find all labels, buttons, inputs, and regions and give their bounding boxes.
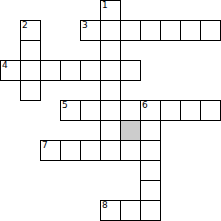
clue-number: 3 [82,21,88,30]
crossword-cell[interactable] [20,60,41,81]
crossword-cell[interactable] [180,100,201,121]
crossword-cell[interactable] [100,20,121,41]
crossword-cell[interactable] [120,200,141,221]
crossword-cell[interactable] [60,60,81,81]
crossword-cell[interactable]: 8 [100,200,121,221]
crossword-cell[interactable]: 2 [20,20,41,41]
crossword-cell[interactable] [100,80,121,101]
shaded-cell[interactable] [120,120,141,141]
crossword-cell[interactable] [200,100,221,121]
clue-number: 7 [42,141,48,150]
crossword-cell[interactable] [120,60,141,81]
crossword-cell[interactable]: 7 [40,140,61,161]
crossword-cell[interactable] [160,20,181,41]
crossword-cell[interactable] [120,100,141,121]
crossword-cell[interactable] [40,60,61,81]
crossword-cell[interactable] [80,60,101,81]
clue-number: 6 [142,101,148,110]
crossword-cell[interactable] [100,60,121,81]
crossword-cell[interactable] [140,200,161,221]
crossword-cell[interactable] [120,140,141,161]
crossword-cell[interactable] [140,120,161,141]
crossword-cell[interactable] [160,100,181,121]
crossword-cell[interactable] [20,80,41,101]
crossword-cell[interactable] [140,160,161,181]
crossword-cell[interactable] [80,100,101,121]
clue-number: 1 [102,1,108,10]
crossword-cell[interactable]: 1 [100,0,121,21]
crossword-cell[interactable] [100,40,121,61]
crossword-cell[interactable] [100,100,121,121]
crossword-cell[interactable] [60,140,81,161]
crossword-cell[interactable] [120,20,141,41]
clue-number: 2 [22,21,28,30]
crossword-cell[interactable] [140,180,161,201]
clue-number: 8 [102,201,108,210]
crossword-cell[interactable] [80,140,101,161]
crossword-cell[interactable] [140,20,161,41]
crossword-cell[interactable] [100,120,121,141]
crossword-cell[interactable] [200,20,221,41]
crossword-cell[interactable] [140,140,161,161]
clue-number: 5 [62,101,68,110]
crossword-cell[interactable] [180,20,201,41]
crossword-cell[interactable]: 6 [140,100,161,121]
crossword-cell[interactable]: 5 [60,100,81,121]
crossword-cell[interactable]: 4 [0,60,21,81]
crossword-grid: 12345678 [0,0,221,221]
crossword-cell[interactable] [20,40,41,61]
crossword-cell[interactable] [100,140,121,161]
crossword-cell[interactable]: 3 [80,20,101,41]
clue-number: 4 [2,61,8,70]
